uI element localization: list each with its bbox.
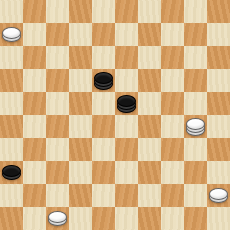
- dark-square-24[interactable]: [161, 92, 184, 115]
- light-square: [115, 207, 138, 230]
- light-square: [92, 184, 115, 207]
- light-square: [46, 92, 69, 115]
- light-square: [207, 207, 230, 230]
- piece-top-face: [186, 118, 205, 130]
- light-square: [138, 138, 161, 161]
- light-square: [69, 161, 92, 184]
- dark-square-36[interactable]: [0, 161, 23, 184]
- light-square: [69, 207, 92, 230]
- dark-square-37[interactable]: [46, 161, 69, 184]
- dark-square-12[interactable]: [69, 46, 92, 69]
- light-square: [161, 69, 184, 92]
- light-square: [46, 46, 69, 69]
- dark-square-43[interactable]: [115, 184, 138, 207]
- dark-square-35[interactable]: [207, 138, 230, 161]
- dark-square-42[interactable]: [69, 184, 92, 207]
- dark-square-25[interactable]: [207, 92, 230, 115]
- light-square: [92, 0, 115, 23]
- dark-square-29[interactable]: [138, 115, 161, 138]
- light-square: [92, 92, 115, 115]
- dark-square-15[interactable]: [207, 46, 230, 69]
- light-square: [23, 69, 46, 92]
- light-square: [184, 46, 207, 69]
- dark-square-5[interactable]: [207, 0, 230, 23]
- dark-square-21[interactable]: [23, 92, 46, 115]
- dark-square-7[interactable]: [46, 23, 69, 46]
- white-man-sq47[interactable]: [48, 211, 67, 226]
- light-square: [184, 138, 207, 161]
- light-square: [207, 23, 230, 46]
- light-square: [161, 115, 184, 138]
- light-square: [0, 0, 23, 23]
- piece-top-face: [2, 165, 21, 177]
- light-square: [115, 161, 138, 184]
- dark-square-13[interactable]: [115, 46, 138, 69]
- dark-square-34[interactable]: [161, 138, 184, 161]
- dark-square-14[interactable]: [161, 46, 184, 69]
- light-square: [69, 23, 92, 46]
- light-square: [161, 161, 184, 184]
- light-square: [184, 0, 207, 23]
- light-square: [0, 184, 23, 207]
- light-square: [92, 138, 115, 161]
- dark-square-19[interactable]: [138, 69, 161, 92]
- light-square: [23, 161, 46, 184]
- dark-square-48[interactable]: [92, 207, 115, 230]
- dark-square-16[interactable]: [0, 69, 23, 92]
- light-square: [138, 46, 161, 69]
- dark-square-44[interactable]: [161, 184, 184, 207]
- dark-square-30[interactable]: [184, 115, 207, 138]
- dark-square-10[interactable]: [184, 23, 207, 46]
- dark-square-38[interactable]: [92, 161, 115, 184]
- dark-square-4[interactable]: [161, 0, 184, 23]
- light-square: [161, 207, 184, 230]
- light-square: [207, 115, 230, 138]
- dark-square-2[interactable]: [69, 0, 92, 23]
- light-square: [161, 23, 184, 46]
- light-square: [184, 92, 207, 115]
- dark-square-31[interactable]: [23, 138, 46, 161]
- light-square: [0, 92, 23, 115]
- dark-square-49[interactable]: [138, 207, 161, 230]
- piece-top-face: [117, 95, 136, 107]
- light-square: [207, 161, 230, 184]
- light-square: [23, 207, 46, 230]
- light-square: [46, 0, 69, 23]
- black-man-sq36[interactable]: [2, 165, 21, 180]
- dark-square-39[interactable]: [138, 161, 161, 184]
- checkers-board: [0, 0, 230, 230]
- dark-square-41[interactable]: [23, 184, 46, 207]
- white-king-sq30[interactable]: [186, 118, 205, 136]
- light-square: [115, 23, 138, 46]
- piece-top-face: [2, 27, 21, 39]
- dark-square-11[interactable]: [23, 46, 46, 69]
- dark-square-17[interactable]: [46, 69, 69, 92]
- light-square: [115, 69, 138, 92]
- dark-square-1[interactable]: [23, 0, 46, 23]
- light-square: [207, 69, 230, 92]
- dark-square-9[interactable]: [138, 23, 161, 46]
- dark-square-47[interactable]: [46, 207, 69, 230]
- dark-square-45[interactable]: [207, 184, 230, 207]
- black-king-sq18[interactable]: [94, 72, 113, 90]
- light-square: [0, 46, 23, 69]
- dark-square-22[interactable]: [69, 92, 92, 115]
- light-square: [138, 184, 161, 207]
- light-square: [69, 115, 92, 138]
- dark-square-27[interactable]: [46, 115, 69, 138]
- piece-top-face: [48, 211, 67, 223]
- light-square: [46, 184, 69, 207]
- dark-square-40[interactable]: [184, 161, 207, 184]
- light-square: [46, 138, 69, 161]
- light-square: [115, 115, 138, 138]
- light-square: [138, 92, 161, 115]
- dark-square-32[interactable]: [69, 138, 92, 161]
- dark-square-46[interactable]: [0, 207, 23, 230]
- dark-square-26[interactable]: [0, 115, 23, 138]
- dark-square-33[interactable]: [115, 138, 138, 161]
- light-square: [23, 115, 46, 138]
- white-man-sq45[interactable]: [209, 188, 228, 203]
- light-square: [0, 138, 23, 161]
- dark-square-50[interactable]: [184, 207, 207, 230]
- light-square: [69, 69, 92, 92]
- dark-square-3[interactable]: [115, 0, 138, 23]
- dark-square-23[interactable]: [115, 92, 138, 115]
- black-king-sq23[interactable]: [117, 95, 136, 113]
- piece-top-face: [94, 72, 113, 84]
- dark-square-6[interactable]: [0, 23, 23, 46]
- piece-top-face: [209, 188, 228, 200]
- dark-square-28[interactable]: [92, 115, 115, 138]
- dark-square-20[interactable]: [184, 69, 207, 92]
- light-square: [138, 0, 161, 23]
- light-square: [92, 46, 115, 69]
- light-square: [23, 23, 46, 46]
- light-square: [184, 184, 207, 207]
- white-man-sq6[interactable]: [2, 27, 21, 42]
- dark-square-18[interactable]: [92, 69, 115, 92]
- dark-square-8[interactable]: [92, 23, 115, 46]
